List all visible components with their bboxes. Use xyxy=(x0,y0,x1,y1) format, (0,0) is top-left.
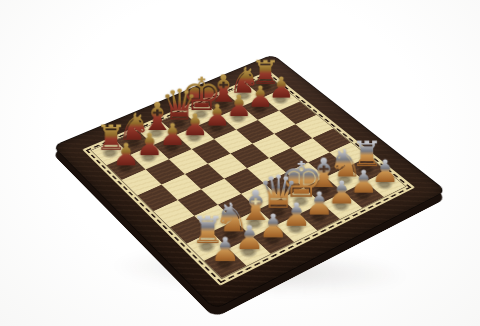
product-photo-stage: ♜♟♜♟♞♟♞♟♝♟♝♟♚♟♚♟♛♟♛♟♝♟♝♟♞♟♞♟♜♟♜♟ xyxy=(0,0,480,326)
square-a6[interactable] xyxy=(122,170,161,196)
inlay-border: ♜♟♜♟♞♟♞♟♝♟♝♟♚♟♚♟♛♟♛♟♝♟♝♟♞♟♞♟♜♟♜♟ xyxy=(82,70,415,285)
square-a1[interactable]: ♟ xyxy=(204,249,246,278)
square-a7[interactable]: ♟ xyxy=(107,155,146,180)
piece-silver-pawn[interactable]: ♟ xyxy=(210,233,240,267)
chess-board: ♜♟♜♟♞♟♞♟♝♟♝♟♚♟♚♟♛♟♛♟♝♟♝♟♞♟♞♟♜♟♜♟ xyxy=(52,54,447,310)
board-frame: ♜♟♜♟♞♟♞♟♝♟♝♟♚♟♚♟♛♟♛♟♝♟♝♟♞♟♞♟♜♟♜♟ xyxy=(52,54,447,310)
perspective-scene: ♜♟♜♟♞♟♞♟♝♟♝♟♚♟♚♟♛♟♛♟♝♟♝♟♞♟♞♟♜♟♜♟ xyxy=(0,0,480,326)
chess-board-grid: ♜♟♜♟♞♟♞♟♝♟♝♟♚♟♚♟♛♟♛♟♝♟♝♟♞♟♞♟♜♟♜♟ xyxy=(92,76,405,278)
piece-gold-pawn[interactable]: ♟ xyxy=(112,139,140,170)
